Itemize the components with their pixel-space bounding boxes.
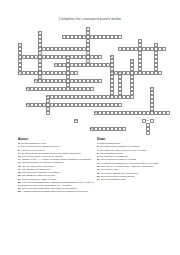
- across-list: 3. Poems published in 19077. One of Ibse…: [18, 142, 94, 193]
- across-header: Across: [18, 137, 94, 141]
- down-list: 1. Dante's masterpiece2. The main female…: [97, 142, 175, 181]
- worksheet-page: { "game": "crossword", "title": "Complet…: [0, 0, 180, 255]
- grid-cell[interactable]: [166, 111, 170, 115]
- down-header: Down: [97, 137, 175, 141]
- grid-cell[interactable]: [90, 87, 94, 91]
- clue-item: 22. It is a Joyce's posthumously publish…: [18, 181, 94, 187]
- grid-cell[interactable]: [122, 127, 126, 131]
- crossword-grid: 1234567891011121314151617181920212223242…: [10, 27, 170, 135]
- grid-cell[interactable]: [130, 95, 134, 99]
- grid-cell[interactable]: [158, 71, 162, 75]
- grid-cell[interactable]: [146, 131, 150, 135]
- clue-item: 14. "STREAM OF ...": A literary techniqu…: [18, 158, 94, 164]
- grid-cell[interactable]: [74, 119, 78, 123]
- down-clues: Down 1. Dante's masterpiece2. The main f…: [97, 137, 175, 182]
- grid-cell[interactable]: [150, 119, 154, 123]
- grid-cell[interactable]: [162, 47, 166, 51]
- grid-cell[interactable]: [98, 55, 102, 59]
- grid-cell[interactable]: [118, 35, 122, 39]
- grid-cell[interactable]: [46, 111, 50, 115]
- clue-number: 24: [146, 119, 149, 121]
- clue-item: 24. Joyce's daughter's name: [97, 178, 175, 181]
- page-title: Complete the crossword puzzle below: [0, 17, 180, 21]
- across-clues: Across 3. Poems published in 19077. One …: [18, 137, 94, 194]
- clue-item: 25. A sudden moment of insight which Joy…: [18, 190, 94, 193]
- grid-cell[interactable]: [74, 71, 78, 75]
- grid-cell[interactable]: [118, 103, 122, 107]
- grid-cell[interactable]: [98, 79, 102, 83]
